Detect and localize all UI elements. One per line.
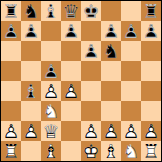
square-f1[interactable]: ♝♗ — [101, 141, 121, 161]
square-h8[interactable]: ♜♖ — [141, 1, 161, 21]
square-g2[interactable]: ♟♙ — [121, 121, 141, 141]
square-f5[interactable] — [101, 61, 121, 81]
white-pawn-icon: ♟ — [61, 81, 81, 101]
piece-black-knight[interactable]: ♞♘ — [21, 1, 41, 21]
piece-black-king[interactable]: ♚♔ — [81, 1, 101, 21]
piece-white-pawn[interactable]: ♟♙ — [21, 121, 41, 141]
piece-white-pawn[interactable]: ♟♙ — [101, 121, 121, 141]
square-g5[interactable] — [121, 61, 141, 81]
square-a3[interactable] — [1, 101, 21, 121]
square-b8[interactable]: ♞♘ — [21, 1, 41, 21]
square-e6[interactable]: ♟♙ — [81, 41, 101, 61]
square-h6[interactable] — [141, 41, 161, 61]
piece-white-king[interactable]: ♚♔ — [81, 141, 101, 161]
square-h7[interactable]: ♟♙ — [141, 21, 161, 41]
square-f6[interactable]: ♞♘ — [101, 41, 121, 61]
square-d7[interactable]: ♟♙ — [61, 21, 81, 41]
white-king-icon: ♚ — [81, 141, 101, 161]
black-pawn-icon: ♟ — [81, 41, 101, 61]
square-a7[interactable]: ♟♙ — [1, 21, 21, 41]
square-d8[interactable]: ♛♕ — [61, 1, 81, 21]
white-pawn-icon: ♟ — [141, 121, 161, 141]
square-a1[interactable]: ♜♖ — [1, 141, 21, 161]
square-g8[interactable] — [121, 1, 141, 21]
square-f8[interactable] — [101, 1, 121, 21]
black-pawn-icon: ♟ — [1, 21, 21, 41]
square-e4[interactable] — [81, 81, 101, 101]
square-b6[interactable] — [21, 41, 41, 61]
black-bishop-icon: ♝ — [21, 81, 41, 101]
black-knight-outline-icon: ♘ — [21, 1, 41, 21]
square-b7[interactable]: ♟♙ — [21, 21, 41, 41]
piece-black-pawn[interactable]: ♟♙ — [81, 41, 101, 61]
square-h1[interactable]: ♜♖ — [141, 141, 161, 161]
piece-white-pawn[interactable]: ♟♙ — [1, 121, 21, 141]
white-pawn-outline-icon: ♙ — [121, 121, 141, 141]
piece-black-pawn[interactable]: ♟♙ — [41, 61, 61, 81]
white-knight-icon: ♞ — [41, 101, 61, 121]
piece-black-knight[interactable]: ♞♘ — [101, 41, 121, 61]
square-c3[interactable]: ♞♘ — [41, 101, 61, 121]
white-knight-outline-icon: ♘ — [121, 141, 141, 161]
piece-white-pawn[interactable]: ♟♙ — [141, 121, 161, 141]
white-pawn-icon: ♟ — [21, 121, 41, 141]
piece-black-pawn[interactable]: ♟♙ — [21, 21, 41, 41]
black-pawn-outline-icon: ♙ — [81, 41, 101, 61]
square-h5[interactable] — [141, 61, 161, 81]
piece-black-queen[interactable]: ♛♕ — [61, 1, 81, 21]
square-a5[interactable] — [1, 61, 21, 81]
white-rook-icon: ♜ — [141, 141, 161, 161]
white-rook-icon: ♜ — [1, 141, 21, 161]
square-d6[interactable] — [61, 41, 81, 61]
white-pawn-outline-icon: ♙ — [61, 81, 81, 101]
square-e8[interactable]: ♚♔ — [81, 1, 101, 21]
piece-white-knight[interactable]: ♞♘ — [121, 141, 141, 161]
square-g3[interactable] — [121, 101, 141, 121]
black-pawn-outline-icon: ♙ — [121, 21, 141, 41]
square-c1[interactable]: ♝♗ — [41, 141, 61, 161]
white-pawn-icon: ♟ — [81, 121, 101, 141]
white-pawn-outline-icon: ♙ — [1, 121, 21, 141]
square-a2[interactable]: ♟♙ — [1, 121, 21, 141]
square-e3[interactable] — [81, 101, 101, 121]
piece-white-pawn[interactable]: ♟♙ — [41, 81, 61, 101]
square-g6[interactable] — [121, 41, 141, 61]
black-bishop-icon: ♝ — [41, 1, 61, 21]
piece-white-pawn[interactable]: ♟♙ — [61, 81, 81, 101]
square-f4[interactable] — [101, 81, 121, 101]
white-knight-outline-icon: ♘ — [41, 101, 61, 121]
square-g4[interactable] — [121, 81, 141, 101]
square-h2[interactable]: ♟♙ — [141, 121, 161, 141]
piece-black-pawn[interactable]: ♟♙ — [61, 21, 81, 41]
square-f3[interactable] — [101, 101, 121, 121]
black-pawn-outline-icon: ♙ — [61, 21, 81, 41]
black-queen-outline-icon: ♕ — [61, 1, 81, 21]
black-knight-icon: ♞ — [101, 41, 121, 61]
piece-black-bishop[interactable]: ♝♗ — [21, 81, 41, 101]
square-c4[interactable]: ♟♙ — [41, 81, 61, 101]
black-pawn-icon: ♟ — [121, 21, 141, 41]
square-b3[interactable] — [21, 101, 41, 121]
black-rook-outline-icon: ♖ — [141, 1, 161, 21]
white-queen-outline-icon: ♕ — [41, 121, 61, 141]
square-e2[interactable]: ♟♙ — [81, 121, 101, 141]
white-pawn-outline-icon: ♙ — [141, 121, 161, 141]
white-pawn-icon: ♟ — [1, 121, 21, 141]
white-pawn-outline-icon: ♙ — [41, 81, 61, 101]
square-d5[interactable] — [61, 61, 81, 81]
square-d4[interactable]: ♟♙ — [61, 81, 81, 101]
black-bishop-outline-icon: ♗ — [21, 81, 41, 101]
white-rook-outline-icon: ♖ — [1, 141, 21, 161]
black-knight-icon: ♞ — [21, 1, 41, 21]
square-f7[interactable]: ♟♙ — [101, 21, 121, 41]
piece-white-bishop[interactable]: ♝♗ — [101, 141, 121, 161]
square-e5[interactable] — [81, 61, 101, 81]
piece-white-pawn[interactable]: ♟♙ — [81, 121, 101, 141]
square-d3[interactable] — [61, 101, 81, 121]
piece-white-bishop[interactable]: ♝♗ — [41, 141, 61, 161]
square-e7[interactable] — [81, 21, 101, 41]
black-pawn-icon: ♟ — [101, 21, 121, 41]
square-a8[interactable]: ♜♖ — [1, 1, 21, 21]
black-pawn-outline-icon: ♙ — [41, 61, 61, 81]
square-b4[interactable]: ♝♗ — [21, 81, 41, 101]
piece-white-pawn[interactable]: ♟♙ — [121, 121, 141, 141]
white-queen-icon: ♛ — [41, 121, 61, 141]
white-rook-outline-icon: ♖ — [141, 141, 161, 161]
black-pawn-outline-icon: ♙ — [101, 21, 121, 41]
piece-black-pawn[interactable]: ♟♙ — [101, 21, 121, 41]
white-bishop-outline-icon: ♗ — [41, 141, 61, 161]
white-king-outline-icon: ♔ — [81, 141, 101, 161]
black-rook-icon: ♜ — [141, 1, 161, 21]
square-e1[interactable]: ♚♔ — [81, 141, 101, 161]
black-pawn-outline-icon: ♙ — [141, 21, 161, 41]
white-pawn-icon: ♟ — [41, 81, 61, 101]
black-pawn-outline-icon: ♙ — [1, 21, 21, 41]
white-bishop-icon: ♝ — [101, 141, 121, 161]
square-d1[interactable] — [61, 141, 81, 161]
square-c8[interactable]: ♝♗ — [41, 1, 61, 21]
black-king-outline-icon: ♔ — [81, 1, 101, 21]
black-bishop-outline-icon: ♗ — [41, 1, 61, 21]
black-knight-outline-icon: ♘ — [101, 41, 121, 61]
white-pawn-outline-icon: ♙ — [21, 121, 41, 141]
black-rook-icon: ♜ — [1, 1, 21, 21]
square-c7[interactable] — [41, 21, 61, 41]
square-a6[interactable] — [1, 41, 21, 61]
square-c6[interactable] — [41, 41, 61, 61]
piece-black-bishop[interactable]: ♝♗ — [41, 1, 61, 21]
square-b2[interactable]: ♟♙ — [21, 121, 41, 141]
piece-white-queen[interactable]: ♛♕ — [41, 121, 61, 141]
white-pawn-icon: ♟ — [101, 121, 121, 141]
white-knight-icon: ♞ — [121, 141, 141, 161]
square-d2[interactable] — [61, 121, 81, 141]
square-g7[interactable]: ♟♙ — [121, 21, 141, 41]
black-pawn-icon: ♟ — [21, 21, 41, 41]
white-pawn-icon: ♟ — [121, 121, 141, 141]
white-bishop-icon: ♝ — [41, 141, 61, 161]
piece-black-rook[interactable]: ♜♖ — [141, 1, 161, 21]
square-f2[interactable]: ♟♙ — [101, 121, 121, 141]
square-h3[interactable] — [141, 101, 161, 121]
square-a4[interactable] — [1, 81, 21, 101]
black-pawn-icon: ♟ — [61, 21, 81, 41]
square-c5[interactable]: ♟♙ — [41, 61, 61, 81]
piece-black-rook[interactable]: ♜♖ — [1, 1, 21, 21]
white-pawn-outline-icon: ♙ — [101, 121, 121, 141]
black-queen-icon: ♛ — [61, 1, 81, 21]
black-pawn-icon: ♟ — [41, 61, 61, 81]
black-pawn-icon: ♟ — [141, 21, 161, 41]
piece-black-pawn[interactable]: ♟♙ — [141, 21, 161, 41]
square-g1[interactable]: ♞♘ — [121, 141, 141, 161]
white-pawn-outline-icon: ♙ — [81, 121, 101, 141]
piece-black-pawn[interactable]: ♟♙ — [1, 21, 21, 41]
chess-board: ♜♖♞♘♝♗♛♕♚♔♜♖♟♙♟♙♟♙♟♙♟♙♟♙♟♙♞♘♟♙♝♗♟♙♟♙♞♘♟♙… — [0, 0, 162, 162]
square-b5[interactable] — [21, 61, 41, 81]
black-king-icon: ♚ — [81, 1, 101, 21]
black-pawn-outline-icon: ♙ — [21, 21, 41, 41]
piece-white-rook[interactable]: ♜♖ — [1, 141, 21, 161]
square-h4[interactable] — [141, 81, 161, 101]
piece-white-rook[interactable]: ♜♖ — [141, 141, 161, 161]
black-rook-outline-icon: ♖ — [1, 1, 21, 21]
piece-white-knight[interactable]: ♞♘ — [41, 101, 61, 121]
piece-black-pawn[interactable]: ♟♙ — [121, 21, 141, 41]
square-c2[interactable]: ♛♕ — [41, 121, 61, 141]
square-b1[interactable] — [21, 141, 41, 161]
white-bishop-outline-icon: ♗ — [101, 141, 121, 161]
